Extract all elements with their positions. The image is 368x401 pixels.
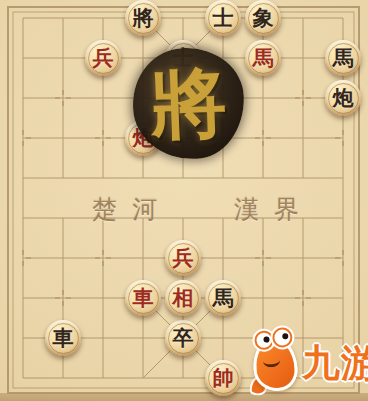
piece-glyph: 士 xyxy=(213,7,234,29)
piece-glyph: 馬 xyxy=(253,47,274,69)
piece-black-cannon[interactable]: 炮 xyxy=(325,80,361,116)
piece-red-horse[interactable]: 馬 xyxy=(245,40,281,76)
piece-glyph: 相 xyxy=(173,287,194,309)
piece-glyph: 兵 xyxy=(93,47,114,69)
piece-black-elephant[interactable]: 象 xyxy=(245,0,281,36)
piece-black-general[interactable]: 將 xyxy=(125,0,161,36)
piece-red-chariot[interactable]: 車 xyxy=(125,280,161,316)
xiangqi-board: 楚河 漢界 將士象士馬炮馬車卒兵馬炮兵車相帥 將 九游 xyxy=(0,0,368,401)
piece-glyph: 炮 xyxy=(333,87,354,109)
piece-glyph: 車 xyxy=(133,287,154,309)
piece-black-chariot[interactable]: 車 xyxy=(45,320,81,356)
piece-glyph: 馬 xyxy=(333,47,354,69)
piece-glyph: 兵 xyxy=(173,247,194,269)
piece-glyph: 車 xyxy=(53,327,74,349)
watermark-character: 將 xyxy=(149,64,228,143)
piece-red-general[interactable]: 帥 xyxy=(205,360,241,396)
piece-glyph: 將 xyxy=(133,7,154,29)
piece-black-soldier[interactable]: 卒 xyxy=(165,320,201,356)
piece-red-elephant[interactable]: 相 xyxy=(165,280,201,316)
jiuyou-logo: 九游 xyxy=(248,326,368,396)
piece-black-horse-1[interactable]: 馬 xyxy=(325,40,361,76)
piece-black-horse-2[interactable]: 馬 xyxy=(205,280,241,316)
jiuyou-mascot-icon xyxy=(248,328,304,393)
piece-glyph: 象 xyxy=(253,7,274,29)
piece-glyph: 卒 xyxy=(173,327,194,349)
piece-black-advisor-1[interactable]: 士 xyxy=(205,0,241,36)
piece-red-soldier-2[interactable]: 兵 xyxy=(165,240,201,276)
piece-glyph: 馬 xyxy=(213,287,234,309)
jiuyou-logo-text: 九游 xyxy=(302,338,368,389)
piece-red-soldier-1[interactable]: 兵 xyxy=(85,40,121,76)
piece-glyph: 帥 xyxy=(213,367,234,389)
